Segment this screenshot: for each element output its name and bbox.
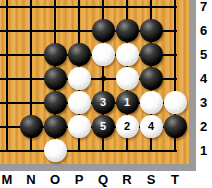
black-stone-P5[interactable] — [68, 43, 91, 66]
move-number-4: 4 — [148, 121, 154, 132]
black-stone-O3[interactable] — [44, 91, 67, 114]
move-number-5: 5 — [100, 121, 106, 132]
intersection-P3[interactable] — [67, 91, 91, 115]
intersection-T3[interactable] — [163, 91, 187, 115]
intersection-O7[interactable] — [43, 0, 67, 19]
black-stone-O2[interactable] — [44, 115, 67, 138]
intersection-O5[interactable] — [43, 43, 67, 67]
intersection-N5[interactable] — [19, 43, 43, 67]
coord-label-row-5: 5 — [195, 47, 212, 63]
intersection-R2[interactable]: 2 — [115, 115, 139, 139]
white-stone-S3[interactable] — [140, 91, 163, 114]
black-stone-S4[interactable] — [140, 67, 163, 90]
intersection-O4[interactable] — [43, 67, 67, 91]
coord-label-col-Q: Q — [94, 172, 112, 188]
intersection-M5[interactable] — [0, 43, 19, 67]
intersection-N2[interactable] — [19, 115, 43, 139]
intersection-S1[interactable] — [139, 139, 163, 163]
intersection-Q4[interactable] — [91, 67, 115, 91]
intersection-Q5[interactable] — [91, 43, 115, 67]
intersection-T5[interactable] — [163, 43, 187, 67]
go-board-wood-surface: 31524 — [0, 0, 189, 164]
intersection-P7[interactable] — [67, 0, 91, 19]
coord-label-col-T: T — [166, 172, 184, 188]
intersection-M7[interactable] — [0, 0, 19, 19]
black-stone-Q3[interactable]: 3 — [92, 91, 115, 114]
board-grid: 31524 — [0, 0, 187, 163]
black-stone-Q2[interactable]: 5 — [92, 115, 115, 138]
intersection-N6[interactable] — [19, 19, 43, 43]
intersection-P2[interactable] — [67, 115, 91, 139]
intersection-N4[interactable] — [19, 67, 43, 91]
black-stone-N2[interactable] — [20, 115, 43, 138]
coord-label-col-S: S — [142, 172, 160, 188]
intersection-O1[interactable] — [43, 139, 67, 163]
coord-label-col-P: P — [70, 172, 88, 188]
intersection-R3[interactable]: 1 — [115, 91, 139, 115]
coord-label-row-3: 3 — [195, 95, 212, 111]
intersection-T2[interactable] — [163, 115, 187, 139]
intersection-P6[interactable] — [67, 19, 91, 43]
intersection-S7[interactable] — [139, 0, 163, 19]
white-stone-P3[interactable] — [68, 91, 91, 114]
intersection-T6[interactable] — [163, 19, 187, 43]
black-stone-S6[interactable] — [140, 19, 163, 42]
intersection-S6[interactable] — [139, 19, 163, 43]
white-stone-O1[interactable] — [44, 139, 67, 162]
intersection-M6[interactable] — [0, 19, 19, 43]
intersection-N1[interactable] — [19, 139, 43, 163]
intersection-T7[interactable] — [163, 0, 187, 19]
white-stone-P2[interactable] — [68, 115, 91, 138]
intersection-M2[interactable] — [0, 115, 19, 139]
intersection-Q6[interactable] — [91, 19, 115, 43]
intersection-O6[interactable] — [43, 19, 67, 43]
white-stone-R2[interactable]: 2 — [116, 115, 139, 138]
coord-label-col-M: M — [0, 172, 16, 188]
go-board-diagram: 31524 MNOPQRST 7654321 — [0, 0, 212, 188]
intersection-Q7[interactable] — [91, 0, 115, 19]
coord-label-row-4: 4 — [195, 71, 212, 87]
intersection-S2[interactable]: 4 — [139, 115, 163, 139]
white-stone-P4[interactable] — [68, 67, 91, 90]
coord-label-col-O: O — [46, 172, 64, 188]
intersection-M4[interactable] — [0, 67, 19, 91]
intersection-M1[interactable] — [0, 139, 19, 163]
black-stone-T2[interactable] — [164, 115, 187, 138]
move-number-2: 2 — [124, 121, 130, 132]
coord-label-col-N: N — [22, 172, 40, 188]
intersection-S3[interactable] — [139, 91, 163, 115]
intersection-N7[interactable] — [19, 0, 43, 19]
intersection-T4[interactable] — [163, 67, 187, 91]
intersection-N3[interactable] — [19, 91, 43, 115]
coord-label-col-R: R — [118, 172, 136, 188]
intersection-S4[interactable] — [139, 67, 163, 91]
intersection-R6[interactable] — [115, 19, 139, 43]
black-stone-O4[interactable] — [44, 67, 67, 90]
white-stone-R5[interactable] — [116, 43, 139, 66]
move-number-1: 1 — [124, 97, 130, 108]
black-stone-R6[interactable] — [116, 19, 139, 42]
intersection-Q2[interactable]: 5 — [91, 115, 115, 139]
black-stone-S5[interactable] — [140, 43, 163, 66]
black-stone-Q6[interactable] — [92, 19, 115, 42]
coord-label-row-6: 6 — [195, 23, 212, 39]
coord-label-row-1: 1 — [195, 143, 212, 159]
intersection-P5[interactable] — [67, 43, 91, 67]
white-stone-S2[interactable]: 4 — [140, 115, 163, 138]
intersection-Q3[interactable]: 3 — [91, 91, 115, 115]
intersection-O3[interactable] — [43, 91, 67, 115]
intersection-R1[interactable] — [115, 139, 139, 163]
intersection-P4[interactable] — [67, 67, 91, 91]
intersection-Q1[interactable] — [91, 139, 115, 163]
intersection-R4[interactable] — [115, 67, 139, 91]
intersection-T1[interactable] — [163, 139, 187, 163]
black-stone-O5[interactable] — [44, 43, 67, 66]
intersection-S5[interactable] — [139, 43, 163, 67]
intersection-O2[interactable] — [43, 115, 67, 139]
intersection-R5[interactable] — [115, 43, 139, 67]
coord-label-row-2: 2 — [195, 119, 212, 135]
intersection-P1[interactable] — [67, 139, 91, 163]
white-stone-T3[interactable] — [164, 91, 187, 114]
intersection-M3[interactable] — [0, 91, 19, 115]
white-stone-Q5[interactable] — [92, 43, 115, 66]
move-number-3: 3 — [100, 97, 106, 108]
intersection-R7[interactable] — [115, 0, 139, 19]
white-stone-R4[interactable] — [116, 67, 139, 90]
black-stone-R3[interactable]: 1 — [116, 91, 139, 114]
coord-label-row-7: 7 — [195, 0, 212, 15]
